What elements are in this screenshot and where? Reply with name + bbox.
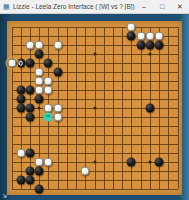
- black-stone-B11: [16, 95, 25, 104]
- minimize-button[interactable]: –: [135, 0, 153, 14]
- grid-line-horizontal: [12, 144, 178, 145]
- black-stone-R4: [155, 158, 164, 167]
- white-stone-D14: [35, 68, 44, 77]
- white-stone-E12: [44, 86, 53, 95]
- maximize-button[interactable]: □: [153, 0, 171, 14]
- white-stone-B5: [16, 149, 25, 158]
- star-point: [148, 161, 151, 164]
- resize-grip[interactable]: ⇲: [2, 192, 7, 199]
- white-stone-D4: [35, 158, 44, 167]
- black-stone-C3: [25, 167, 34, 176]
- lizzie-window: ▦ Lizzie - Leela Zero Interface ( [W] vs…: [0, 0, 189, 200]
- black-stone-C15: [25, 59, 34, 68]
- black-stone-C10: [25, 104, 34, 113]
- black-stone-B10: [16, 104, 25, 113]
- black-stone-P17: [136, 41, 145, 50]
- grid-line-vertical: [104, 27, 105, 189]
- white-stone-P18: [136, 32, 145, 41]
- white-stone-R18: [155, 32, 164, 41]
- black-stone-E15: [44, 59, 53, 68]
- black-stone-O18: [127, 32, 136, 41]
- star-point: [93, 107, 96, 110]
- black-stone-O4: [127, 158, 136, 167]
- black-stone-F14: [53, 68, 62, 77]
- grid-line-vertical: [122, 27, 123, 189]
- grid-line-horizontal: [12, 153, 178, 154]
- grid-line-vertical: [141, 27, 142, 189]
- app-icon: ▦: [3, 3, 10, 10]
- black-stone-R17: [155, 41, 164, 50]
- white-stone-F17: [53, 41, 62, 50]
- white-stone-F10: [53, 104, 62, 113]
- grid-line-vertical: [178, 27, 179, 189]
- suggested-move-marker[interactable]: [44, 113, 53, 122]
- star-point: [148, 53, 151, 56]
- white-stone-E4: [44, 158, 53, 167]
- grid-line-horizontal: [12, 126, 178, 127]
- black-stone-Q10: [145, 104, 154, 113]
- black-stone-C2: [25, 176, 34, 185]
- black-stone-D16: [35, 50, 44, 59]
- black-stone-D3: [35, 167, 44, 176]
- black-stone-D11: [35, 95, 44, 104]
- white-stone-E13: [44, 77, 53, 86]
- white-stone-D17: [35, 41, 44, 50]
- grid-line-horizontal: [12, 117, 178, 118]
- board-frame: ⇲: [0, 14, 189, 200]
- white-stone-D12: [35, 86, 44, 95]
- black-stone-B12: [16, 86, 25, 95]
- white-stone-O19: [127, 23, 136, 32]
- grid-line-horizontal: [12, 180, 178, 181]
- last-move-marker: [18, 61, 23, 66]
- white-stone-Q18: [145, 32, 154, 41]
- window-title: Lizzie - Leela Zero Interface ( [W] vs ?…: [13, 3, 135, 10]
- grid-line-vertical: [168, 27, 169, 189]
- close-button[interactable]: ✕: [171, 0, 189, 14]
- star-point: [93, 53, 96, 56]
- white-stone-D13: [35, 77, 44, 86]
- white-stone-F9: [53, 113, 62, 122]
- grid-line-horizontal: [12, 135, 178, 136]
- black-stone-Q17: [145, 41, 154, 50]
- white-stone-J3: [81, 167, 90, 176]
- black-stone-C5: [25, 149, 34, 158]
- white-stone-C17: [25, 41, 34, 50]
- highlight-ring-marker: [5, 57, 18, 70]
- white-stone-E10: [44, 104, 53, 113]
- star-point: [93, 161, 96, 164]
- black-stone-D1: [35, 185, 44, 194]
- black-stone-B2: [16, 176, 25, 185]
- star-point: [38, 107, 41, 110]
- black-stone-C12: [25, 86, 34, 95]
- go-board[interactable]: [7, 21, 182, 195]
- grid-line-vertical: [113, 27, 114, 189]
- title-bar[interactable]: ▦ Lizzie - Leela Zero Interface ( [W] vs…: [0, 0, 189, 14]
- black-stone-C9: [25, 113, 34, 122]
